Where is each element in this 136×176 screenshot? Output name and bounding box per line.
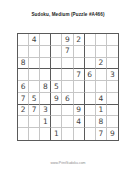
cell-r2c6: [74, 46, 85, 58]
cell-r3c4: [51, 58, 62, 70]
cell-r8c8: 8: [96, 116, 107, 128]
cell-r7c6: 9: [74, 105, 85, 117]
puzzle-title: Sudoku, Medium (Puzzle #A466): [0, 12, 136, 17]
cell-r4c5: [62, 69, 73, 81]
cell-r1c4: [51, 34, 62, 46]
cell-r2c4: [51, 46, 62, 58]
cell-r6c2: 5: [29, 93, 40, 105]
cell-r5c4: 5: [51, 81, 62, 93]
cell-r8c6: 4: [74, 116, 85, 128]
cell-r2c2: [29, 46, 40, 58]
cell-r9c9: 9: [107, 128, 118, 140]
cell-r6c6: [74, 93, 85, 105]
cell-r9c7: [85, 128, 96, 140]
cell-r5c9: [107, 81, 118, 93]
cell-r3c2: [29, 58, 40, 70]
cell-r3c8: 2: [96, 58, 107, 70]
cell-r1c1: [18, 34, 29, 46]
cell-r4c3: [40, 69, 51, 81]
cell-r1c6: 2: [74, 34, 85, 46]
cell-r3c9: [107, 58, 118, 70]
cell-r5c1: 6: [18, 81, 29, 93]
cell-r6c8: 4: [96, 93, 107, 105]
cell-r9c4: 1: [51, 128, 62, 140]
cell-r2c8: [96, 46, 107, 58]
cell-r4c2: [29, 69, 40, 81]
cell-r9c1: [18, 128, 29, 140]
cell-r5c2: [29, 81, 40, 93]
cell-r4c9: 3: [107, 69, 118, 81]
cell-r1c2: 4: [29, 34, 40, 46]
cell-r4c8: [96, 69, 107, 81]
cell-r9c3: [40, 128, 51, 140]
cell-r2c5: 7: [62, 46, 73, 58]
cell-r5c6: [74, 81, 85, 93]
footer-url: www.PrintSudoku.com: [0, 161, 136, 165]
cell-r3c1: 8: [18, 58, 29, 70]
cell-r7c2: 7: [29, 105, 40, 117]
cell-r5c7: [85, 81, 96, 93]
cell-r1c7: [85, 34, 96, 46]
cell-r8c2: [29, 116, 40, 128]
cell-r5c5: [62, 81, 73, 93]
cell-r1c5: 9: [62, 34, 73, 46]
cell-r7c8: 1: [96, 105, 107, 117]
cell-r3c6: [74, 58, 85, 70]
cell-r4c4: [51, 69, 62, 81]
cell-r9c8: 7: [96, 128, 107, 140]
cell-r6c4: 9: [51, 93, 62, 105]
cell-r2c7: [85, 46, 96, 58]
cell-r6c1: 7: [18, 93, 29, 105]
cell-r8c7: [85, 116, 96, 128]
cell-r3c7: [85, 58, 96, 70]
cell-r4c6: 7: [74, 69, 85, 81]
cell-r6c5: 6: [62, 93, 73, 105]
cell-r6c3: [40, 93, 51, 105]
cell-r3c5: [62, 58, 73, 70]
cell-r7c4: [51, 105, 62, 117]
cell-r8c5: [62, 116, 73, 128]
cell-r1c3: [40, 34, 51, 46]
cell-r6c7: [85, 93, 96, 105]
cell-r3c3: [40, 58, 51, 70]
cell-r1c8: [96, 34, 107, 46]
cell-r1c9: [107, 34, 118, 46]
cell-r8c9: [107, 116, 118, 128]
cell-r8c3: 1: [40, 116, 51, 128]
cell-r2c9: [107, 46, 118, 58]
cell-r9c6: [74, 128, 85, 140]
cell-r7c5: [62, 105, 73, 117]
cell-r7c7: [85, 105, 96, 117]
sudoku-board: 4927827636857596427391148179: [17, 33, 119, 141]
cell-r7c9: [107, 105, 118, 117]
cell-r9c2: [29, 128, 40, 140]
cell-r8c1: [18, 116, 29, 128]
cell-r8c4: [51, 116, 62, 128]
cell-r2c3: [40, 46, 51, 58]
sudoku-sheet: Sudoku, Medium (Puzzle #A466) 4927827636…: [0, 0, 136, 176]
cell-r7c1: 2: [18, 105, 29, 117]
cell-r5c8: [96, 81, 107, 93]
cell-r2c1: [18, 46, 29, 58]
cell-r9c5: [62, 128, 73, 140]
cell-r4c1: [18, 69, 29, 81]
cell-r7c3: 3: [40, 105, 51, 117]
cell-r5c3: 8: [40, 81, 51, 93]
cell-r6c9: [107, 93, 118, 105]
cell-r4c7: 6: [85, 69, 96, 81]
